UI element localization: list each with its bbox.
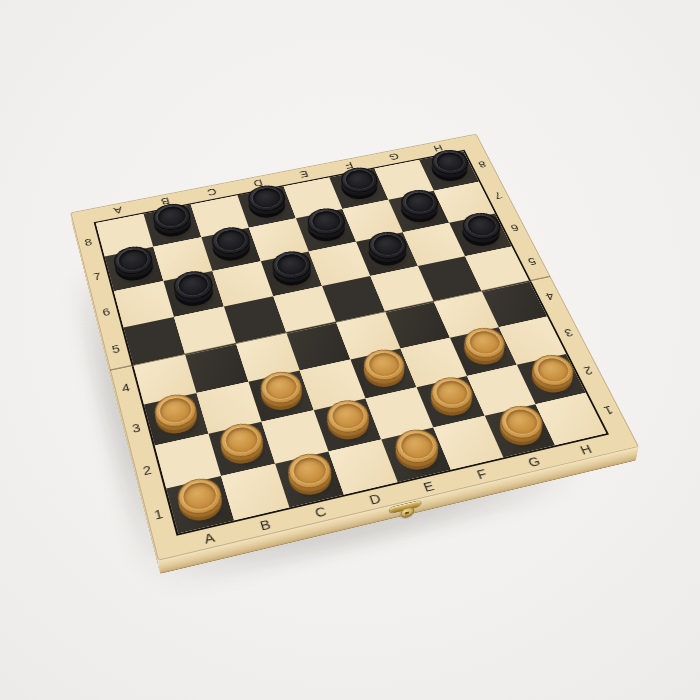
rank-label-left-4: 4 — [114, 379, 137, 397]
square-c5[interactable] — [224, 296, 286, 343]
rank-label-left-6: 6 — [95, 304, 117, 320]
rank-label-left-5: 5 — [105, 340, 128, 357]
rank-label-right-8: 8 — [471, 157, 493, 171]
square-b5[interactable] — [174, 306, 236, 354]
checkers-board: AA88BB77CC66DD55EE44FF33GG22HH11 — [70, 134, 639, 561]
rank-label-left-1: 1 — [146, 504, 171, 524]
rank-label-left-3: 3 — [124, 419, 148, 437]
rank-label-left-8: 8 — [78, 234, 99, 249]
rank-label-left-2: 2 — [135, 460, 159, 479]
photo-scene: AA88BB77CC66DD55EE44FF33GG22HH11 — [0, 0, 700, 700]
rank-label-left-7: 7 — [86, 268, 108, 284]
